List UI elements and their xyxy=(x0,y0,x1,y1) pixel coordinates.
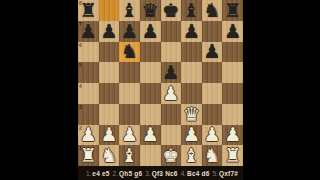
square-d2[interactable]: ♟ xyxy=(140,125,161,146)
square-d5[interactable] xyxy=(140,62,161,83)
move-san-2: Qh5 g6 xyxy=(119,170,142,177)
square-a3[interactable]: 3 xyxy=(78,104,99,125)
square-f5[interactable] xyxy=(181,62,202,83)
white-pawn: ♟ xyxy=(224,125,241,144)
square-g8[interactable]: ♞ xyxy=(202,0,223,21)
square-c6[interactable]: ♞ xyxy=(119,42,140,63)
black-pawn: ♟ xyxy=(162,63,179,82)
black-pawn: ♟ xyxy=(100,21,117,40)
black-queen: ♛ xyxy=(142,0,159,19)
move-number-5: 5. xyxy=(213,170,218,177)
square-b4[interactable] xyxy=(99,83,120,104)
square-g3[interactable] xyxy=(202,104,223,125)
white-knight: ♞ xyxy=(204,146,221,165)
black-rook: ♜ xyxy=(224,0,241,19)
square-e4[interactable]: ♟ xyxy=(161,83,182,104)
white-queen: ♛ xyxy=(183,104,200,123)
square-a8[interactable]: 8♜ xyxy=(78,0,99,21)
square-g1[interactable]: ♞ xyxy=(202,145,223,166)
square-d8[interactable]: ♛ xyxy=(140,0,161,21)
square-b5[interactable] xyxy=(99,62,120,83)
square-b2[interactable]: ♟ xyxy=(99,125,120,146)
square-d7[interactable]: ♟ xyxy=(140,21,161,42)
chess-board[interactable]: 8♜♝♛♚♝♞♜7♟♟♟♟♟♟6♞♟5♟4♟3♛2♟♟♟♟♟♟♟1♜♞♝♚♝♞♜ xyxy=(78,0,243,166)
square-c4[interactable] xyxy=(119,83,140,104)
square-h8[interactable]: ♜ xyxy=(222,0,243,21)
black-king: ♚ xyxy=(162,0,179,19)
square-g2[interactable]: ♟ xyxy=(202,125,223,146)
square-c2[interactable]: ♟ xyxy=(119,125,140,146)
square-g7[interactable] xyxy=(202,21,223,42)
black-pawn: ♟ xyxy=(183,21,200,40)
square-g6[interactable]: ♟ xyxy=(202,42,223,63)
square-f7[interactable]: ♟ xyxy=(181,21,202,42)
square-h3[interactable] xyxy=(222,104,243,125)
square-g5[interactable] xyxy=(202,62,223,83)
square-c7[interactable]: ♟ xyxy=(119,21,140,42)
square-a7[interactable]: 7♟ xyxy=(78,21,99,42)
square-c5[interactable] xyxy=(119,62,140,83)
square-f1[interactable]: ♝ xyxy=(181,145,202,166)
square-e8[interactable]: ♚ xyxy=(161,0,182,21)
square-e3[interactable] xyxy=(161,104,182,125)
white-king: ♚ xyxy=(162,146,179,165)
move-number-3: 3. xyxy=(145,170,150,177)
square-b8[interactable] xyxy=(99,0,120,21)
square-e1[interactable]: ♚ xyxy=(161,145,182,166)
black-pawn: ♟ xyxy=(224,21,241,40)
square-b3[interactable] xyxy=(99,104,120,125)
move-number-2: 2. xyxy=(113,170,118,177)
square-g4[interactable] xyxy=(202,83,223,104)
black-bishop: ♝ xyxy=(183,0,200,19)
square-d3[interactable] xyxy=(140,104,161,125)
white-pawn: ♟ xyxy=(162,83,179,102)
square-e2[interactable] xyxy=(161,125,182,146)
square-b7[interactable]: ♟ xyxy=(99,21,120,42)
move-san-4: Bc4 d6 xyxy=(187,170,210,177)
square-c1[interactable]: ♝ xyxy=(119,145,140,166)
white-bishop: ♝ xyxy=(121,146,138,165)
white-pawn: ♟ xyxy=(100,125,117,144)
black-pawn: ♟ xyxy=(80,21,97,40)
move-san-3: Qf3 Nc6 xyxy=(152,170,178,177)
square-f2[interactable]: ♟ xyxy=(181,125,202,146)
rank-label-5: 5 xyxy=(79,62,82,68)
app-background: 8♜♝♛♚♝♞♜7♟♟♟♟♟♟6♞♟5♟4♟3♛2♟♟♟♟♟♟♟1♜♞♝♚♝♞♜… xyxy=(0,0,320,180)
square-d1[interactable] xyxy=(140,145,161,166)
square-h4[interactable] xyxy=(222,83,243,104)
black-pawn: ♟ xyxy=(142,21,159,40)
square-f3[interactable]: ♛ xyxy=(181,104,202,125)
black-pawn: ♟ xyxy=(204,42,221,61)
square-a2[interactable]: 2♟ xyxy=(78,125,99,146)
black-bishop: ♝ xyxy=(121,0,138,19)
square-h7[interactable]: ♟ xyxy=(222,21,243,42)
rank-label-6: 6 xyxy=(79,42,82,48)
move-san-5: Qxf7# xyxy=(219,170,238,177)
white-rook: ♜ xyxy=(224,146,241,165)
move-number-1: 1. xyxy=(86,170,91,177)
square-f6[interactable] xyxy=(181,42,202,63)
square-e5[interactable]: ♟ xyxy=(161,62,182,83)
square-b6[interactable] xyxy=(99,42,120,63)
white-bishop: ♝ xyxy=(183,146,200,165)
white-rook: ♜ xyxy=(80,146,97,165)
square-f8[interactable]: ♝ xyxy=(181,0,202,21)
rank-label-4: 4 xyxy=(79,83,82,89)
square-a4[interactable]: 4 xyxy=(78,83,99,104)
black-knight: ♞ xyxy=(204,0,221,19)
square-d4[interactable] xyxy=(140,83,161,104)
white-pawn: ♟ xyxy=(204,125,221,144)
square-c8[interactable]: ♝ xyxy=(119,0,140,21)
white-pawn: ♟ xyxy=(80,125,97,144)
square-e7[interactable] xyxy=(161,21,182,42)
rank-label-3: 3 xyxy=(79,104,82,110)
white-pawn: ♟ xyxy=(121,125,138,144)
black-rook: ♜ xyxy=(80,0,97,19)
square-b1[interactable]: ♞ xyxy=(99,145,120,166)
white-knight: ♞ xyxy=(100,146,117,165)
square-h2[interactable]: ♟ xyxy=(222,125,243,146)
move-san-1: e4 e5 xyxy=(92,170,109,177)
square-h5[interactable] xyxy=(222,62,243,83)
square-e6[interactable] xyxy=(161,42,182,63)
move-number-4: 4. xyxy=(181,170,186,177)
square-c3[interactable] xyxy=(119,104,140,125)
white-pawn: ♟ xyxy=(183,125,200,144)
square-f4[interactable] xyxy=(181,83,202,104)
square-a5[interactable]: 5 xyxy=(78,62,99,83)
square-d6[interactable] xyxy=(140,42,161,63)
white-pawn: ♟ xyxy=(142,125,159,144)
square-h1[interactable]: ♜ xyxy=(222,145,243,166)
move-list: 1.e4 e52.Qh5 g63.Qf3 Nc64.Bc4 d65.Qxf7# xyxy=(78,166,243,180)
square-h6[interactable] xyxy=(222,42,243,63)
square-a6[interactable]: 6 xyxy=(78,42,99,63)
black-pawn: ♟ xyxy=(121,21,138,40)
black-knight: ♞ xyxy=(121,42,138,61)
square-a1[interactable]: 1♜ xyxy=(78,145,99,166)
